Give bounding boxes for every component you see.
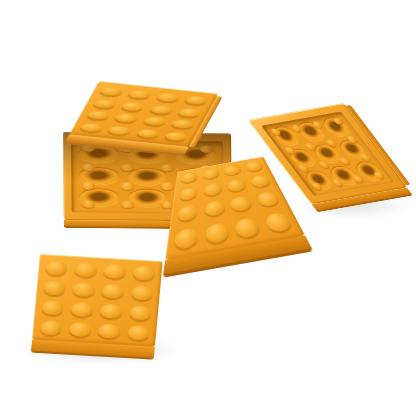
anti-stud-bump [82,201,95,208]
stud [120,101,145,111]
stud [103,264,126,278]
anti-stud-bump [121,182,134,189]
stud [204,182,223,196]
stud [174,227,197,250]
stud [85,110,110,120]
stud [204,200,225,218]
plate-front-top-studs [31,254,163,360]
anti-stud-bump [359,153,371,161]
stud [102,284,125,298]
stud [234,217,261,239]
stud [184,96,209,106]
stud [92,98,117,108]
stud [181,172,197,184]
stud [131,286,154,300]
stud [170,119,195,129]
anti-stud-bump [339,157,351,165]
stud [256,191,281,208]
stud [72,282,95,296]
stud [203,168,220,180]
anti-stud-bump [284,146,296,154]
stud [205,222,229,244]
stud [99,87,124,97]
stud [133,266,156,280]
stud [43,281,66,295]
stud [230,195,253,212]
stud [263,212,293,233]
stud [41,301,64,315]
anti-stud-bump [161,183,174,190]
stud [107,125,132,135]
stud [127,90,152,100]
stud [149,104,174,114]
stud [164,131,189,141]
anti-stud-bump [121,164,134,171]
plate-top-face [32,254,163,347]
stud [39,321,62,335]
stud [179,186,197,201]
stud [142,116,167,126]
stud [100,304,123,318]
tube-ring [128,168,167,185]
anti-stud-bump [161,164,174,171]
anti-stud-bump [82,163,95,170]
stud [69,322,92,336]
anti-stud-bump [82,182,95,189]
stud [70,302,93,316]
stud [45,261,68,275]
stud [114,113,139,123]
photo-canvas [0,0,416,416]
stud [155,93,180,103]
stud [127,326,150,340]
anti-stud-bump [200,146,213,153]
stud [249,174,271,188]
anti-stud-bump [121,201,134,208]
stud [245,161,265,172]
tube-ring [311,144,344,164]
stud [177,107,202,117]
underside-recess [261,112,393,196]
anti-stud-bump [304,142,316,150]
stud [74,262,97,276]
stud [224,165,242,177]
stud [177,204,198,222]
stud [79,122,104,132]
stud [129,306,152,320]
stud [136,128,161,138]
stud [226,178,246,192]
stud [98,324,121,338]
